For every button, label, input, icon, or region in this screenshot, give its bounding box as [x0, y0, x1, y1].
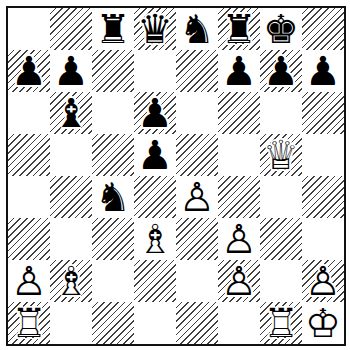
square-d8[interactable]: ♛♛: [134, 8, 176, 50]
square-e1[interactable]: [176, 302, 218, 344]
white-rook-g1[interactable]: ♜♖: [260, 302, 302, 344]
square-g3[interactable]: [260, 218, 302, 260]
black-pawn-a7[interactable]: ♟♟: [8, 50, 50, 92]
square-f2[interactable]: ♟♙: [218, 260, 260, 302]
piece-halo-silhouette: ♟: [218, 218, 260, 260]
piece-glyph: ♟: [134, 134, 176, 176]
square-b7[interactable]: ♟♟: [50, 50, 92, 92]
piece-glyph: ♛: [134, 8, 176, 50]
square-d2[interactable]: [134, 260, 176, 302]
square-c6[interactable]: [92, 92, 134, 134]
piece-halo-silhouette: ♝: [50, 260, 92, 302]
square-g2[interactable]: [260, 260, 302, 302]
piece-halo-silhouette: ♟: [302, 50, 344, 92]
square-h7[interactable]: ♟♟: [302, 50, 344, 92]
square-d5[interactable]: ♟♟: [134, 134, 176, 176]
piece-halo-silhouette: ♟: [302, 260, 344, 302]
white-pawn-f2[interactable]: ♟♙: [218, 260, 260, 302]
piece-halo-silhouette: ♜: [218, 8, 260, 50]
square-c5[interactable]: [92, 134, 134, 176]
piece-halo-silhouette: ♜: [260, 302, 302, 344]
square-h1[interactable]: ♚♔: [302, 302, 344, 344]
black-pawn-h7[interactable]: ♟♟: [302, 50, 344, 92]
square-h2[interactable]: ♟♙: [302, 260, 344, 302]
piece-halo-silhouette: ♟: [8, 50, 50, 92]
piece-glyph: ♞: [92, 176, 134, 218]
piece-halo-silhouette: ♛: [260, 134, 302, 176]
piece-halo-silhouette: ♜: [92, 8, 134, 50]
piece-glyph: ♟: [50, 50, 92, 92]
white-rook-a1[interactable]: ♜♖: [8, 302, 50, 344]
square-a3[interactable]: [8, 218, 50, 260]
square-c4[interactable]: ♞♞: [92, 176, 134, 218]
square-g6[interactable]: [260, 92, 302, 134]
square-d1[interactable]: [134, 302, 176, 344]
square-h5[interactable]: [302, 134, 344, 176]
square-g5[interactable]: ♛♕: [260, 134, 302, 176]
piece-halo-silhouette: ♟: [134, 92, 176, 134]
black-king-g8[interactable]: ♚♚: [260, 8, 302, 50]
square-f4[interactable]: [218, 176, 260, 218]
square-h3[interactable]: [302, 218, 344, 260]
piece-glyph: ♜: [92, 8, 134, 50]
black-pawn-f7[interactable]: ♟♟: [218, 50, 260, 92]
square-c7[interactable]: [92, 50, 134, 92]
square-d7[interactable]: [134, 50, 176, 92]
square-d4[interactable]: [134, 176, 176, 218]
white-king-h1[interactable]: ♚♔: [302, 302, 344, 344]
piece-glyph: ♖: [8, 302, 50, 344]
square-a1[interactable]: ♜♖: [8, 302, 50, 344]
piece-halo-silhouette: ♟: [50, 50, 92, 92]
square-b3[interactable]: [50, 218, 92, 260]
black-pawn-d5[interactable]: ♟♟: [134, 134, 176, 176]
white-pawn-h2[interactable]: ♟♙: [302, 260, 344, 302]
square-f6[interactable]: [218, 92, 260, 134]
square-d3[interactable]: ♝♗: [134, 218, 176, 260]
piece-glyph: ♙: [176, 176, 218, 218]
square-g4[interactable]: [260, 176, 302, 218]
square-b8[interactable]: [50, 8, 92, 50]
chess-diagram: ♜♜♛♛♞♞♜♜♚♚♟♟♟♟♟♟♟♟♟♟♝♝♟♟♟♟♛♕♞♞♟♙♝♗♟♙♟♙♝♗…: [0, 0, 350, 350]
black-pawn-d6[interactable]: ♟♟: [134, 92, 176, 134]
square-f3[interactable]: ♟♙: [218, 218, 260, 260]
piece-halo-silhouette: ♟: [134, 134, 176, 176]
square-g7[interactable]: ♟♟: [260, 50, 302, 92]
square-a5[interactable]: [8, 134, 50, 176]
square-e7[interactable]: [176, 50, 218, 92]
square-h6[interactable]: [302, 92, 344, 134]
white-bishop-b2[interactable]: ♝♗: [50, 260, 92, 302]
piece-halo-silhouette: ♟: [260, 50, 302, 92]
piece-halo-silhouette: ♟: [218, 260, 260, 302]
piece-halo-silhouette: ♝: [50, 92, 92, 134]
piece-glyph: ♙: [302, 260, 344, 302]
square-c3[interactable]: [92, 218, 134, 260]
square-h4[interactable]: [302, 176, 344, 218]
piece-halo-silhouette: ♟: [176, 176, 218, 218]
piece-glyph: ♙: [218, 260, 260, 302]
square-g1[interactable]: ♜♖: [260, 302, 302, 344]
piece-glyph: ♜: [218, 8, 260, 50]
square-c2[interactable]: [92, 260, 134, 302]
piece-glyph: ♟: [134, 92, 176, 134]
square-f8[interactable]: ♜♜: [218, 8, 260, 50]
black-knight-e8[interactable]: ♞♞: [176, 8, 218, 50]
square-a8[interactable]: [8, 8, 50, 50]
black-pawn-b7[interactable]: ♟♟: [50, 50, 92, 92]
piece-glyph: ♖: [260, 302, 302, 344]
square-f7[interactable]: ♟♟: [218, 50, 260, 92]
square-a6[interactable]: [8, 92, 50, 134]
piece-glyph: ♟: [8, 50, 50, 92]
white-pawn-a2[interactable]: ♟♙: [8, 260, 50, 302]
square-f1[interactable]: [218, 302, 260, 344]
square-e8[interactable]: ♞♞: [176, 8, 218, 50]
black-knight-c4[interactable]: ♞♞: [92, 176, 134, 218]
black-rook-c8[interactable]: ♜♜: [92, 8, 134, 50]
piece-halo-silhouette: ♞: [176, 8, 218, 50]
piece-glyph: ♚: [260, 8, 302, 50]
white-bishop-d3[interactable]: ♝♗: [134, 218, 176, 260]
black-bishop-b6[interactable]: ♝♝: [50, 92, 92, 134]
piece-glyph: ♙: [218, 218, 260, 260]
square-e3[interactable]: [176, 218, 218, 260]
piece-glyph: ♕: [260, 134, 302, 176]
square-a4[interactable]: [8, 176, 50, 218]
square-b6[interactable]: ♝♝: [50, 92, 92, 134]
black-queen-d8[interactable]: ♛♛: [134, 8, 176, 50]
piece-glyph: ♟: [218, 50, 260, 92]
square-c1[interactable]: [92, 302, 134, 344]
square-a7[interactable]: ♟♟: [8, 50, 50, 92]
white-pawn-e4[interactable]: ♟♙: [176, 176, 218, 218]
square-b4[interactable]: [50, 176, 92, 218]
piece-glyph: ♝: [50, 92, 92, 134]
square-c8[interactable]: ♜♜: [92, 8, 134, 50]
square-b2[interactable]: ♝♗: [50, 260, 92, 302]
piece-halo-silhouette: ♟: [8, 260, 50, 302]
piece-glyph: ♞: [176, 8, 218, 50]
piece-halo-silhouette: ♛: [134, 8, 176, 50]
white-pawn-f3[interactable]: ♟♙: [218, 218, 260, 260]
piece-halo-silhouette: ♚: [302, 302, 344, 344]
square-g8[interactable]: ♚♚: [260, 8, 302, 50]
square-e5[interactable]: [176, 134, 218, 176]
white-queen-g5[interactable]: ♛♕: [260, 134, 302, 176]
piece-halo-silhouette: ♚: [260, 8, 302, 50]
piece-glyph: ♟: [302, 50, 344, 92]
black-rook-f8[interactable]: ♜♜: [218, 8, 260, 50]
piece-glyph: ♙: [8, 260, 50, 302]
black-pawn-g7[interactable]: ♟♟: [260, 50, 302, 92]
piece-halo-silhouette: ♝: [134, 218, 176, 260]
square-d6[interactable]: ♟♟: [134, 92, 176, 134]
square-e6[interactable]: [176, 92, 218, 134]
square-b1[interactable]: [50, 302, 92, 344]
square-b5[interactable]: [50, 134, 92, 176]
piece-halo-silhouette: ♟: [218, 50, 260, 92]
piece-glyph: ♗: [134, 218, 176, 260]
square-f5[interactable]: [218, 134, 260, 176]
piece-glyph: ♗: [50, 260, 92, 302]
square-a2[interactable]: ♟♙: [8, 260, 50, 302]
piece-glyph: ♟: [260, 50, 302, 92]
piece-glyph: ♔: [302, 302, 344, 344]
square-h8[interactable]: [302, 8, 344, 50]
piece-halo-silhouette: ♜: [8, 302, 50, 344]
square-e4[interactable]: ♟♙: [176, 176, 218, 218]
square-e2[interactable]: [176, 260, 218, 302]
chess-board: ♜♜♛♛♞♞♜♜♚♚♟♟♟♟♟♟♟♟♟♟♝♝♟♟♟♟♛♕♞♞♟♙♝♗♟♙♟♙♝♗…: [6, 6, 346, 346]
piece-halo-silhouette: ♞: [92, 176, 134, 218]
